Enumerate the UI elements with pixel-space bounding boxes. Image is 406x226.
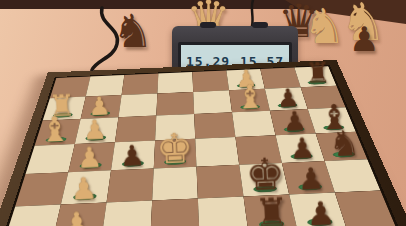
board-scene: ♜♟♟♝♟♜♝♟♟♝♞♟♚♟♟♟♚♟♟♜♟♝♟♜ xyxy=(0,56,406,226)
board-rim: ♜♟♟♝♟♜♝♟♟♝♞♟♚♟♟♟♚♟♟♜♟♝♟♜ xyxy=(0,60,406,226)
square xyxy=(156,92,194,116)
square xyxy=(194,112,235,138)
white-pawn: ♟ xyxy=(52,202,106,226)
piece-glyph: ♟ xyxy=(297,163,325,194)
piece-glyph: ♜ xyxy=(254,193,291,226)
square xyxy=(325,159,381,192)
white-king: ♚ xyxy=(154,139,197,169)
piece-glyph: ♝ xyxy=(310,225,353,226)
piece-glyph: ♝ xyxy=(235,79,266,113)
piece-glyph: ♟ xyxy=(69,173,97,204)
photo-of-chess-game: ♞ ♛ ♛ ♞ ♞ ♟ 15.29 15.57 ♜♟♟♝♟♜♝♟♟♝♞♟♚♟♟♟… xyxy=(0,0,406,226)
square xyxy=(232,111,276,137)
chess-board: ♜♟♟♝♟♜♝♟♟♝♞♟♚♟♟♟♚♟♟♜♟♝♟♜ xyxy=(0,65,406,226)
square xyxy=(26,144,75,174)
piece-glyph: ♜ xyxy=(304,59,331,89)
square xyxy=(115,116,156,143)
square xyxy=(122,74,159,95)
square xyxy=(192,71,229,92)
clock-button-right xyxy=(252,22,268,28)
square xyxy=(101,200,152,226)
clock-button-left xyxy=(200,22,216,28)
square xyxy=(195,137,239,167)
captured-black-pawn: ♟ xyxy=(349,22,379,56)
square xyxy=(107,169,154,203)
square xyxy=(118,93,157,117)
square xyxy=(157,72,193,93)
piece-glyph: ♚ xyxy=(155,127,193,169)
square xyxy=(196,165,243,199)
square xyxy=(150,198,199,226)
piece-glyph: ♝ xyxy=(38,111,71,147)
square xyxy=(193,90,232,114)
piece-glyph: ♟ xyxy=(289,134,316,163)
square xyxy=(3,204,61,226)
white-bishop: ♝ xyxy=(35,119,81,146)
square xyxy=(152,167,198,201)
captured-black-knight: ♞ xyxy=(112,8,153,54)
piece-glyph: ♟ xyxy=(76,143,103,172)
black-pawn: ♟ xyxy=(111,140,155,170)
piece-glyph: ♟ xyxy=(62,208,93,226)
white-bishop: ♝ xyxy=(229,89,270,113)
piece-glyph: ♞ xyxy=(328,125,361,162)
square xyxy=(15,172,68,206)
square xyxy=(198,196,249,226)
piece-glyph: ♟ xyxy=(119,141,146,170)
